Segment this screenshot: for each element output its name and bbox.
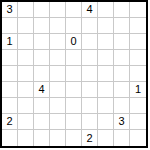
empty-cell-r2c6[interactable] — [98, 34, 114, 50]
empty-cell-r7c2[interactable] — [34, 114, 50, 130]
clue-number: 2 — [86, 133, 92, 144]
empty-cell-r6c6[interactable] — [98, 98, 114, 114]
empty-cell-r3c8[interactable] — [130, 50, 146, 66]
clue-number: 3 — [6, 4, 12, 15]
empty-cell-r0c3[interactable] — [50, 2, 66, 18]
empty-cell-r6c5[interactable] — [82, 98, 98, 114]
empty-cell-r6c3[interactable] — [50, 98, 66, 114]
empty-cell-r4c0[interactable] — [2, 66, 18, 82]
empty-cell-r6c2[interactable] — [34, 98, 50, 114]
empty-cell-r8c7[interactable] — [114, 130, 130, 146]
empty-cell-r8c8[interactable] — [130, 130, 146, 146]
clue-cell-r7c0[interactable]: 2 — [2, 114, 18, 130]
empty-cell-r2c5[interactable] — [82, 34, 98, 50]
empty-cell-r5c5[interactable] — [82, 82, 98, 98]
empty-cell-r0c1[interactable] — [18, 2, 34, 18]
empty-cell-r7c4[interactable] — [66, 114, 82, 130]
empty-cell-r4c6[interactable] — [98, 66, 114, 82]
empty-cell-r8c0[interactable] — [2, 130, 18, 146]
clue-cell-r5c2[interactable]: 4 — [34, 82, 50, 98]
empty-cell-r5c1[interactable] — [18, 82, 34, 98]
clue-cell-r7c7[interactable]: 3 — [114, 114, 130, 130]
empty-cell-r7c6[interactable] — [98, 114, 114, 130]
empty-cell-r2c7[interactable] — [114, 34, 130, 50]
empty-cell-r1c2[interactable] — [34, 18, 50, 34]
empty-cell-r8c6[interactable] — [98, 130, 114, 146]
empty-cell-r2c1[interactable] — [18, 34, 34, 50]
empty-cell-r5c6[interactable] — [98, 82, 114, 98]
clue-number: 2 — [6, 116, 12, 127]
clue-number: 4 — [86, 4, 92, 15]
empty-cell-r8c3[interactable] — [50, 130, 66, 146]
clue-number: 1 — [135, 84, 141, 95]
empty-cell-r0c8[interactable] — [130, 2, 146, 18]
empty-cell-r3c1[interactable] — [18, 50, 34, 66]
empty-cell-r3c4[interactable] — [66, 50, 82, 66]
empty-cell-r3c2[interactable] — [34, 50, 50, 66]
empty-cell-r3c7[interactable] — [114, 50, 130, 66]
empty-cell-r3c0[interactable] — [2, 50, 18, 66]
empty-cell-r6c0[interactable] — [2, 98, 18, 114]
empty-cell-r5c7[interactable] — [114, 82, 130, 98]
empty-cell-r5c3[interactable] — [50, 82, 66, 98]
empty-cell-r6c7[interactable] — [114, 98, 130, 114]
clue-number: 3 — [118, 116, 124, 127]
empty-cell-r7c3[interactable] — [50, 114, 66, 130]
empty-cell-r7c5[interactable] — [82, 114, 98, 130]
puzzle-board: 341041232 — [0, 0, 148, 148]
empty-cell-r6c8[interactable] — [130, 98, 146, 114]
clue-cell-r2c0[interactable]: 1 — [2, 34, 18, 50]
empty-cell-r4c3[interactable] — [50, 66, 66, 82]
empty-cell-r8c2[interactable] — [34, 130, 50, 146]
clue-number: 0 — [70, 36, 76, 47]
empty-cell-r4c4[interactable] — [66, 66, 82, 82]
empty-cell-r3c5[interactable] — [82, 50, 98, 66]
empty-cell-r1c7[interactable] — [114, 18, 130, 34]
empty-cell-r0c2[interactable] — [34, 2, 50, 18]
clue-number: 4 — [38, 84, 44, 95]
empty-cell-r4c8[interactable] — [130, 66, 146, 82]
empty-cell-r1c6[interactable] — [98, 18, 114, 34]
empty-cell-r1c3[interactable] — [50, 18, 66, 34]
clue-number: 1 — [6, 36, 12, 47]
empty-cell-r7c8[interactable] — [130, 114, 146, 130]
empty-cell-r7c1[interactable] — [18, 114, 34, 130]
empty-cell-r1c4[interactable] — [66, 18, 82, 34]
clue-cell-r0c0[interactable]: 3 — [2, 2, 18, 18]
clue-cell-r8c5[interactable]: 2 — [82, 130, 98, 146]
empty-cell-r1c8[interactable] — [130, 18, 146, 34]
empty-cell-r2c2[interactable] — [34, 34, 50, 50]
empty-cell-r4c2[interactable] — [34, 66, 50, 82]
clue-cell-r5c8[interactable]: 1 — [130, 82, 146, 98]
empty-cell-r4c7[interactable] — [114, 66, 130, 82]
empty-cell-r2c8[interactable] — [130, 34, 146, 50]
empty-cell-r1c1[interactable] — [18, 18, 34, 34]
empty-cell-r5c4[interactable] — [66, 82, 82, 98]
empty-cell-r2c3[interactable] — [50, 34, 66, 50]
empty-cell-r8c1[interactable] — [18, 130, 34, 146]
empty-cell-r8c4[interactable] — [66, 130, 82, 146]
empty-cell-r1c0[interactable] — [2, 18, 18, 34]
clue-cell-r2c4[interactable]: 0 — [66, 34, 82, 50]
empty-cell-r3c6[interactable] — [98, 50, 114, 66]
empty-cell-r4c1[interactable] — [18, 66, 34, 82]
clue-cell-r0c5[interactable]: 4 — [82, 2, 98, 18]
empty-cell-r4c5[interactable] — [82, 66, 98, 82]
empty-cell-r6c1[interactable] — [18, 98, 34, 114]
empty-cell-r0c7[interactable] — [114, 2, 130, 18]
empty-cell-r3c3[interactable] — [50, 50, 66, 66]
empty-cell-r0c4[interactable] — [66, 2, 82, 18]
empty-cell-r0c6[interactable] — [98, 2, 114, 18]
empty-cell-r5c0[interactable] — [2, 82, 18, 98]
empty-cell-r6c4[interactable] — [66, 98, 82, 114]
empty-cell-r1c5[interactable] — [82, 18, 98, 34]
